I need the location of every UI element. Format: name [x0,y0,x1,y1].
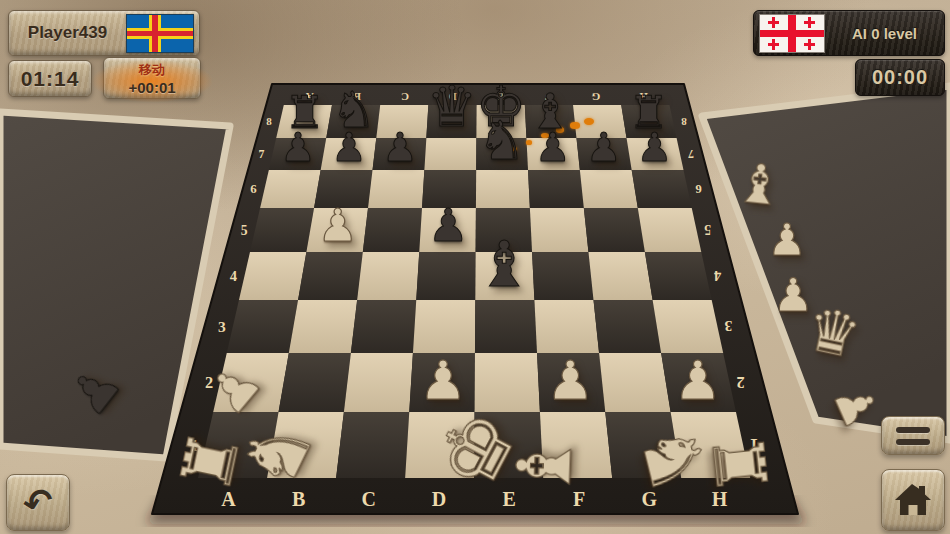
file-label-top-C: C [401,91,409,103]
square-h6[interactable] [632,170,692,208]
piece-black-pawn-d5[interactable]: ♟ [428,203,469,248]
file-label-bottom-D: D [432,488,446,510]
captured-white-pawn-right-2[interactable]: ♟ [772,272,813,318]
square-b2[interactable] [279,353,351,412]
last-move-trail-dot [526,140,533,145]
rank-label-left-3: 3 [218,318,226,335]
square-g6[interactable] [580,170,638,208]
square-c1[interactable] [336,412,409,478]
square-a4[interactable] [239,252,306,300]
rank-label-right-3: 3 [724,318,732,335]
move-indicator-badge: 移动 +00:01 [103,57,201,99]
square-f4[interactable] [532,252,593,300]
square-h5[interactable] [638,208,701,252]
chess-app-screen: ABCDEFGHABCDEFGH1122334455667788 ♜♞♛♚♝♜♟… [0,0,950,534]
move-increment: +00:01 [128,79,175,96]
square-g4[interactable] [588,252,652,300]
undo-arrow-icon: ↶ [19,479,57,525]
rank-label-right-6: 6 [695,182,702,196]
piece-black-pawn-h7[interactable]: ♟ [637,128,672,168]
rank-label-right-5: 5 [704,222,711,237]
square-h3[interactable] [653,300,724,353]
piece-white-pawn-h2[interactable]: ♟ [674,354,722,408]
piece-black-pawn-b7[interactable]: ♟ [331,128,366,168]
opponent-panel: AI 0 level [753,10,945,56]
square-c2[interactable] [344,353,413,412]
square-c4[interactable] [357,252,419,300]
square-a5[interactable] [250,208,314,252]
square-c6[interactable] [368,170,424,208]
player-clock-value: 01:14 [21,67,80,91]
opponent-name: AI 0 level [825,25,944,42]
piece-white-pawn-f2[interactable]: ♟ [546,354,594,408]
captured-white-bishop-right-0[interactable]: ♝ [732,156,786,215]
file-label-bottom-C: C [362,488,376,510]
square-d4[interactable] [416,252,475,300]
opponent-clock-value: 00:00 [872,66,928,89]
square-e3[interactable] [475,300,537,353]
square-e6[interactable] [476,170,530,208]
piece-black-queen-d8[interactable]: ♛ [427,79,477,135]
square-f6[interactable] [528,170,584,208]
rank-label-left-4: 4 [230,268,238,284]
square-c3[interactable] [351,300,416,353]
player-name: Player439 [9,23,126,43]
square-f3[interactable] [534,300,599,353]
aland-flag-icon [126,14,194,53]
move-label: 移动 [139,61,165,79]
square-a6[interactable] [260,170,321,208]
player-panel: Player439 [8,10,200,56]
menu-button[interactable] [881,416,945,455]
captured-white-pawn-right-1[interactable]: ♟ [767,218,806,262]
rank-label-right-8: 8 [681,116,687,128]
rank-label-left-7: 7 [259,147,265,161]
rank-label-right-4: 4 [713,268,721,284]
home-icon [892,481,934,519]
square-f5[interactable] [530,208,589,252]
square-g2[interactable] [599,353,671,412]
home-button[interactable] [881,469,945,531]
piece-black-pawn-g7[interactable]: ♟ [586,128,621,168]
square-a3[interactable] [227,300,298,353]
georgia-flag-icon [759,14,825,53]
piece-black-bishop-e4[interactable]: ♝ [476,233,532,296]
rank-label-left-8: 8 [266,115,272,127]
piece-black-pawn-a7[interactable]: ♟ [280,128,315,168]
piece-white-rook-h1[interactable]: ♜ [701,430,776,499]
square-g3[interactable] [594,300,662,353]
square-b4[interactable] [298,252,363,300]
menu-icon [896,427,930,433]
player-clock: 01:14 [8,60,92,97]
rank-label-right-7: 7 [688,147,694,161]
rank-label-left-6: 6 [250,182,257,196]
piece-black-knight-e7[interactable]: ♞ [478,114,526,167]
square-d7[interactable] [424,138,476,170]
square-g5[interactable] [584,208,645,252]
rank-label-left-5: 5 [241,223,248,238]
file-label-top-G: G [591,91,600,103]
square-h4[interactable] [645,252,712,300]
square-b3[interactable] [289,300,357,353]
opponent-clock: 00:00 [855,59,945,96]
rank-label-right-2: 2 [736,373,744,392]
piece-white-pawn-b5[interactable]: ♟ [318,203,359,248]
square-e2[interactable] [475,353,540,412]
piece-white-bishop-f1[interactable]: ♝ [506,431,582,500]
piece-black-pawn-f7[interactable]: ♟ [535,128,570,168]
square-d3[interactable] [413,300,475,353]
piece-black-pawn-c7[interactable]: ♟ [382,128,417,168]
square-c5[interactable] [363,208,422,252]
undo-button[interactable]: ↶ [6,474,70,531]
